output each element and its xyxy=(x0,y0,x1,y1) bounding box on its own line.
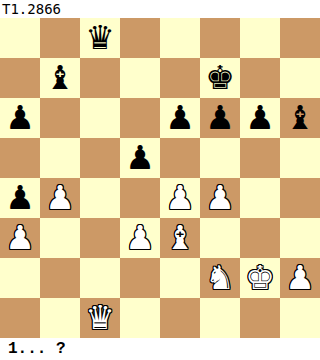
white-pawn-b4[interactable]: ♟ xyxy=(45,178,75,218)
square-b1[interactable] xyxy=(40,298,80,338)
black-pawn-g6[interactable]: ♟ xyxy=(245,98,275,138)
square-b3[interactable] xyxy=(40,218,80,258)
square-e8[interactable] xyxy=(160,18,200,58)
square-c5[interactable] xyxy=(80,138,120,178)
square-f3[interactable] xyxy=(200,218,240,258)
square-d5[interactable]: ♟ xyxy=(120,138,160,178)
square-c7[interactable] xyxy=(80,58,120,98)
square-c4[interactable] xyxy=(80,178,120,218)
square-g6[interactable]: ♟ xyxy=(240,98,280,138)
square-e1[interactable] xyxy=(160,298,200,338)
square-b6[interactable] xyxy=(40,98,80,138)
square-h7[interactable] xyxy=(280,58,320,98)
square-h5[interactable] xyxy=(280,138,320,178)
square-b7[interactable]: ♝ xyxy=(40,58,80,98)
square-f1[interactable] xyxy=(200,298,240,338)
square-h8[interactable] xyxy=(280,18,320,58)
square-g7[interactable] xyxy=(240,58,280,98)
square-h2[interactable]: ♟ xyxy=(280,258,320,298)
square-d4[interactable] xyxy=(120,178,160,218)
square-h4[interactable] xyxy=(280,178,320,218)
square-h3[interactable] xyxy=(280,218,320,258)
square-a5[interactable] xyxy=(0,138,40,178)
square-a4[interactable]: ♟ xyxy=(0,178,40,218)
white-pawn-h2[interactable]: ♟ xyxy=(285,258,315,298)
white-bishop-e3[interactable]: ♝ xyxy=(165,218,195,258)
square-d7[interactable] xyxy=(120,58,160,98)
square-d8[interactable] xyxy=(120,18,160,58)
black-queen-c8[interactable]: ♛ xyxy=(85,18,115,58)
square-d6[interactable] xyxy=(120,98,160,138)
square-b4[interactable]: ♟ xyxy=(40,178,80,218)
square-c6[interactable] xyxy=(80,98,120,138)
black-pawn-a4[interactable]: ♟ xyxy=(5,178,35,218)
square-d3[interactable]: ♟ xyxy=(120,218,160,258)
square-c8[interactable]: ♛ xyxy=(80,18,120,58)
puzzle-title: T1.2866 xyxy=(0,0,320,18)
square-f6[interactable]: ♟ xyxy=(200,98,240,138)
square-g2[interactable]: ♚ xyxy=(240,258,280,298)
square-f2[interactable]: ♞ xyxy=(200,258,240,298)
square-h6[interactable]: ♝ xyxy=(280,98,320,138)
square-g4[interactable] xyxy=(240,178,280,218)
white-knight-f2[interactable]: ♞ xyxy=(205,258,235,298)
square-g5[interactable] xyxy=(240,138,280,178)
square-d1[interactable] xyxy=(120,298,160,338)
white-queen-c1[interactable]: ♛ xyxy=(85,298,115,338)
square-f4[interactable]: ♟ xyxy=(200,178,240,218)
chess-board: ♛♝♚♟♟♟♟♝♟♟♟♟♟♟♟♝♞♚♟♛ xyxy=(0,18,320,338)
square-e7[interactable] xyxy=(160,58,200,98)
square-g8[interactable] xyxy=(240,18,280,58)
square-b8[interactable] xyxy=(40,18,80,58)
black-bishop-b7[interactable]: ♝ xyxy=(45,58,75,98)
square-e5[interactable] xyxy=(160,138,200,178)
square-e4[interactable]: ♟ xyxy=(160,178,200,218)
square-c2[interactable] xyxy=(80,258,120,298)
square-d2[interactable] xyxy=(120,258,160,298)
black-bishop-h6[interactable]: ♝ xyxy=(285,98,315,138)
square-a8[interactable] xyxy=(0,18,40,58)
square-b5[interactable] xyxy=(40,138,80,178)
square-e2[interactable] xyxy=(160,258,200,298)
move-prompt: 1... ? xyxy=(0,338,320,360)
square-h1[interactable] xyxy=(280,298,320,338)
square-a2[interactable] xyxy=(0,258,40,298)
black-pawn-e6[interactable]: ♟ xyxy=(165,98,195,138)
square-e3[interactable]: ♝ xyxy=(160,218,200,258)
square-b2[interactable] xyxy=(40,258,80,298)
black-pawn-a6[interactable]: ♟ xyxy=(5,98,35,138)
chess-puzzle-window: T1.2866 ♛♝♚♟♟♟♟♝♟♟♟♟♟♟♟♝♞♚♟♛ 1... ? xyxy=(0,0,320,360)
black-king-f7[interactable]: ♚ xyxy=(205,58,235,98)
white-pawn-e4[interactable]: ♟ xyxy=(165,178,195,218)
square-g3[interactable] xyxy=(240,218,280,258)
square-c1[interactable]: ♛ xyxy=(80,298,120,338)
square-a7[interactable] xyxy=(0,58,40,98)
square-a1[interactable] xyxy=(0,298,40,338)
square-a3[interactable]: ♟ xyxy=(0,218,40,258)
white-pawn-d3[interactable]: ♟ xyxy=(125,218,155,258)
square-e6[interactable]: ♟ xyxy=(160,98,200,138)
white-king-g2[interactable]: ♚ xyxy=(245,258,275,298)
white-pawn-f4[interactable]: ♟ xyxy=(205,178,235,218)
square-a6[interactable]: ♟ xyxy=(0,98,40,138)
white-pawn-a3[interactable]: ♟ xyxy=(5,218,35,258)
square-f8[interactable] xyxy=(200,18,240,58)
black-pawn-f6[interactable]: ♟ xyxy=(205,98,235,138)
black-pawn-d5[interactable]: ♟ xyxy=(125,138,155,178)
square-f5[interactable] xyxy=(200,138,240,178)
square-c3[interactable] xyxy=(80,218,120,258)
square-g1[interactable] xyxy=(240,298,280,338)
square-f7[interactable]: ♚ xyxy=(200,58,240,98)
